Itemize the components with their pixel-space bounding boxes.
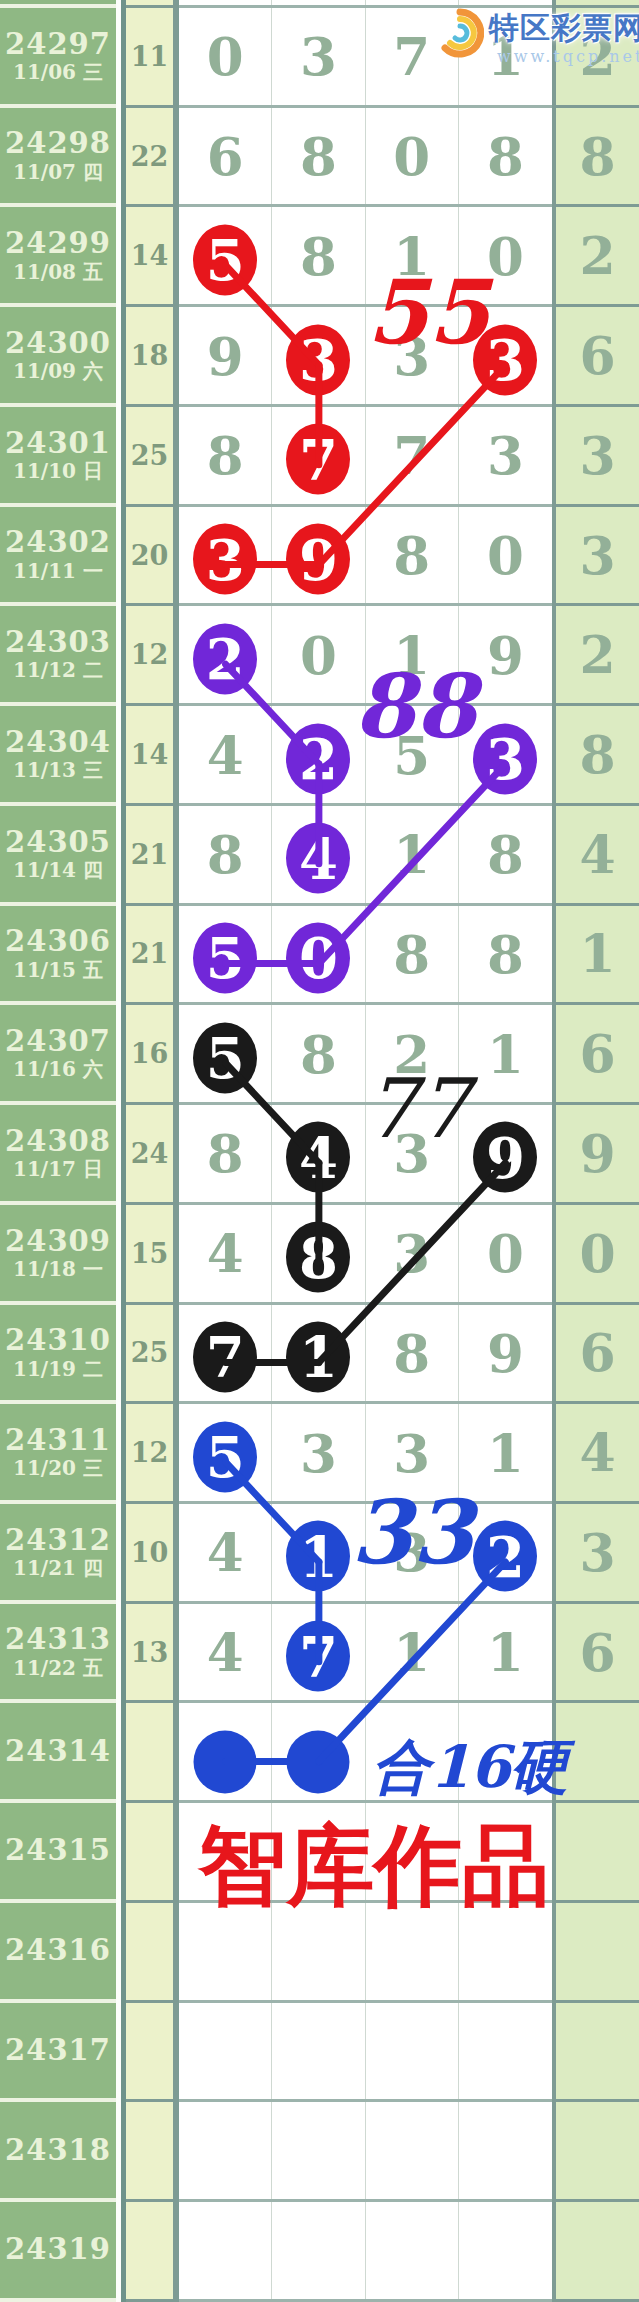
digit-cell: 9	[459, 1305, 552, 1402]
digit-cell: 9	[179, 307, 272, 404]
digit-cell	[179, 2202, 272, 2299]
fifth-digit-cell	[556, 1903, 639, 2003]
digit-cell: 2	[366, 1005, 459, 1102]
draw-date: 11/11 一	[13, 560, 103, 583]
sum-cell: 13	[126, 1604, 173, 1704]
chart-row: 2430911/18 一1548300	[0, 1205, 639, 1305]
fifth-digit-cell	[556, 1803, 639, 1903]
purple-circled-digit: 2	[286, 723, 350, 794]
fifth-digit-cell: 1	[556, 906, 639, 1006]
digit-cell: 3	[272, 1404, 365, 1501]
issue-cell	[0, 0, 116, 8]
digit-cell: 4	[179, 1205, 272, 1302]
draw-date: 11/13 三	[13, 759, 103, 782]
digit-cell	[366, 2202, 459, 2299]
issue-cell: 2431211/21 四	[0, 1504, 116, 1604]
fifth-digit-cell: 6	[556, 1305, 639, 1405]
issue-number: 24302	[5, 526, 111, 559]
digit-cell: 1	[272, 1305, 365, 1402]
digit-cell: 7	[272, 1604, 365, 1701]
digit-grid: 5331	[179, 1404, 552, 1504]
sum-cell: 14	[126, 706, 173, 806]
fifth-digit-cell	[556, 2003, 639, 2103]
digit-cell	[272, 1703, 365, 1800]
draw-date: 11/16 六	[13, 1058, 103, 1081]
issue-cell: 24315	[0, 1803, 116, 1903]
digit-cell: 0	[272, 606, 365, 703]
issue-number: 24300	[5, 327, 111, 360]
chart-row: 2430211/11 一2039803	[0, 507, 639, 607]
digit-cell: 3	[459, 407, 552, 504]
issue-number: 24299	[5, 227, 111, 260]
issue-number: 24316	[5, 1934, 111, 1967]
sum-cell: 12	[126, 606, 173, 706]
sum-cell: 25	[126, 1305, 173, 1405]
digit-cell: 5	[179, 1005, 272, 1102]
blue-circled-digit: 1	[286, 1521, 350, 1592]
issue-cell: 2430411/13 三	[0, 706, 116, 806]
digit-cell	[459, 1803, 552, 1900]
issue-cell: 2430311/12 二	[0, 606, 116, 706]
sum-cell: 12	[126, 1404, 173, 1504]
blue-circled-digit: 2	[473, 1521, 537, 1592]
digit-cell: 8	[272, 108, 365, 205]
digit-cell: 2	[272, 706, 365, 803]
digit-cell: 0	[179, 8, 272, 105]
draw-date: 11/17 日	[13, 1158, 103, 1181]
fifth-digit-cell: 3	[556, 407, 639, 507]
digit-grid	[179, 1703, 552, 1803]
digit-cell: 7	[272, 407, 365, 504]
digit-grid: 8439	[179, 1105, 552, 1205]
black-circled-digit: 1	[286, 1321, 350, 1392]
digit-cell	[459, 1903, 552, 2000]
chart-row: 2429911/08 五1458102	[0, 207, 639, 307]
digit-grid: 3980	[179, 507, 552, 607]
issue-number: 24298	[5, 127, 111, 160]
issue-number: 24305	[5, 826, 111, 859]
chart-row: 2430511/14 四2184184	[0, 806, 639, 906]
digit-grid	[179, 2202, 552, 2302]
digit-cell: 3	[366, 1404, 459, 1501]
digit-grid: 4711	[179, 1604, 552, 1704]
digit-cell	[272, 1903, 365, 2000]
digit-grid: 5821	[179, 1005, 552, 1105]
issue-cell: 2430011/09 六	[0, 307, 116, 407]
digit-cell: 4	[272, 806, 365, 903]
purple-circled-digit: 5	[193, 922, 257, 993]
fifth-digit-cell: 8	[556, 706, 639, 806]
draw-date: 11/14 四	[13, 859, 103, 882]
draw-date: 11/21 四	[13, 1557, 103, 1580]
sum-cell: 22	[126, 108, 173, 208]
digit-cell: 0	[459, 1205, 552, 1302]
digit-cell: 3	[179, 507, 272, 604]
digit-cell: 3	[366, 1105, 459, 1202]
digit-cell: 8	[272, 207, 365, 304]
fifth-digit-cell: 3	[556, 1504, 639, 1604]
digit-grid: 5810	[179, 207, 552, 307]
chart-row: 24316	[0, 1903, 639, 2003]
issue-number: 24311	[5, 1424, 111, 1457]
chart-row: 24317	[0, 2003, 639, 2103]
chart-row: 2430711/16 六1658216	[0, 1005, 639, 1105]
issue-number: 24301	[5, 427, 111, 460]
draw-date: 11/08 五	[13, 261, 103, 284]
digit-cell	[272, 2102, 365, 2199]
digit-cell	[179, 0, 272, 5]
chart-row: 2430111/10 日2587733	[0, 407, 639, 507]
fifth-digit-cell: 8	[556, 108, 639, 208]
blue-circled-digit: 7	[286, 1621, 350, 1692]
digit-cell	[272, 2003, 365, 2100]
digit-cell: 0	[459, 507, 552, 604]
purple-circled-digit: 3	[473, 723, 537, 794]
digit-cell: 5	[179, 207, 272, 304]
red-circled-digit: 7	[286, 424, 350, 495]
chart-row: 24319	[0, 2202, 639, 2302]
issue-number: 24313	[5, 1623, 111, 1656]
red-circled-digit: 3	[286, 324, 350, 395]
issue-cell: 2430711/16 六	[0, 1005, 116, 1105]
chart-row: 24318	[0, 2102, 639, 2202]
issue-cell: 2430911/18 一	[0, 1205, 116, 1305]
fifth-digit-cell: 6	[556, 1005, 639, 1105]
top-sliver-row	[0, 0, 639, 8]
issue-cell: 24319	[0, 2202, 116, 2302]
issue-cell: 2430511/14 四	[0, 806, 116, 906]
digit-cell: 5	[179, 906, 272, 1003]
issue-cell: 2431111/20 三	[0, 1404, 116, 1504]
digit-cell: 0	[272, 906, 365, 1003]
digit-cell: 1	[366, 806, 459, 903]
red-circled-digit: 3	[473, 324, 537, 395]
digit-cell: 4	[179, 706, 272, 803]
site-name: 特区彩票网	[489, 8, 639, 49]
chart-row: 2430811/17 日2484399	[0, 1105, 639, 1205]
purple-circled-digit: 2	[193, 623, 257, 694]
draw-date: 11/07 四	[13, 161, 103, 184]
digit-cell	[179, 1903, 272, 2000]
blue-circled-digit: 5	[193, 1421, 257, 1492]
sum-cell: 20	[126, 507, 173, 607]
digit-grid: 4253	[179, 706, 552, 806]
digit-cell: 1	[366, 207, 459, 304]
chart-row: 2430411/13 三1442538	[0, 706, 639, 806]
issue-number: 24303	[5, 626, 111, 659]
sum-cell: 18	[126, 307, 173, 407]
digit-cell: 4	[179, 1604, 272, 1701]
digit-cell: 8	[272, 1005, 365, 1102]
chart-row: 24315	[0, 1803, 639, 1903]
issue-number: 24310	[5, 1324, 111, 1357]
red-circled-digit: 5	[193, 224, 257, 295]
fifth-digit-cell: 6	[556, 1604, 639, 1704]
digit-cell	[366, 1903, 459, 2000]
sum-cell	[126, 1803, 173, 1903]
digit-cell	[179, 1703, 272, 1800]
issue-cell: 2429911/08 五	[0, 207, 116, 307]
black-circled-digit: 8	[286, 1222, 350, 1293]
chart-rows: 2429711/06 三11037122429811/07 四226808824…	[0, 0, 639, 2302]
fifth-digit-cell: 2	[556, 606, 639, 706]
draw-date: 11/19 二	[13, 1358, 103, 1381]
digit-cell: 7	[366, 407, 459, 504]
digit-cell: 5	[179, 1404, 272, 1501]
fifth-digit-cell: 9	[556, 1105, 639, 1205]
digit-cell	[366, 2102, 459, 2199]
fifth-digit-cell	[556, 2102, 639, 2202]
digit-cell: 5	[366, 706, 459, 803]
draw-date: 11/18 一	[13, 1258, 103, 1281]
fifth-digit-cell: 3	[556, 507, 639, 607]
issue-number: 24317	[5, 2034, 111, 2067]
black-circled-digit: 4	[286, 1122, 350, 1193]
chart-row: 2431111/20 三1253314	[0, 1404, 639, 1504]
digit-cell: 9	[459, 1105, 552, 1202]
fifth-digit-cell: 4	[556, 1404, 639, 1504]
sum-cell	[126, 1703, 173, 1803]
chart-row: 2429811/07 四2268088	[0, 108, 639, 208]
issue-cell: 2431011/19 二	[0, 1305, 116, 1405]
sum-cell	[126, 0, 173, 8]
digit-cell: 0	[459, 207, 552, 304]
digit-cell	[459, 1703, 552, 1800]
draw-date: 11/22 五	[13, 1657, 103, 1680]
digit-grid	[179, 2003, 552, 2103]
digit-cell: 3	[366, 1504, 459, 1601]
digit-cell: 8	[179, 806, 272, 903]
draw-date: 11/09 六	[13, 360, 103, 383]
black-circled-digit: 7	[193, 1321, 257, 1392]
draw-date: 11/20 三	[13, 1457, 103, 1480]
draw-date: 11/12 二	[13, 659, 103, 682]
issue-number: 24309	[5, 1225, 111, 1258]
digit-grid: 5088	[179, 906, 552, 1006]
digit-cell	[366, 0, 459, 5]
site-logo: 特区彩票网 www.tqcp.net	[436, 8, 639, 66]
digit-cell	[459, 0, 552, 5]
digit-grid: 7189	[179, 1305, 552, 1405]
purple-circled-digit: 4	[286, 823, 350, 894]
fifth-digit-cell: 6	[556, 307, 639, 407]
fifth-digit-cell: 4	[556, 806, 639, 906]
digit-grid	[179, 1903, 552, 2003]
blue-disc	[194, 1730, 257, 1793]
issue-number: 24312	[5, 1524, 111, 1557]
sum-cell: 21	[126, 806, 173, 906]
digit-cell: 3	[366, 307, 459, 404]
draw-date: 11/10 日	[13, 460, 103, 483]
lottery-trend-chart: 2429711/06 三11037122429811/07 四226808824…	[0, 0, 639, 2302]
digit-cell: 1	[366, 1604, 459, 1701]
draw-date: 11/06 三	[13, 61, 103, 84]
black-circled-digit: 5	[193, 1022, 257, 1093]
digit-cell	[366, 1803, 459, 1900]
digit-grid: 4830	[179, 1205, 552, 1305]
sum-cell: 11	[126, 8, 173, 108]
issue-cell: 2429711/06 三	[0, 8, 116, 108]
digit-grid	[179, 1803, 552, 1903]
digit-cell: 8	[459, 806, 552, 903]
digit-cell: 6	[179, 108, 272, 205]
digit-cell: 8	[272, 1205, 365, 1302]
fifth-digit-cell: 2	[556, 207, 639, 307]
issue-cell: 2430211/11 一	[0, 507, 116, 607]
issue-cell: 24314	[0, 1703, 116, 1803]
sum-cell: 21	[126, 906, 173, 1006]
site-url: www.tqcp.net	[489, 47, 639, 66]
digit-cell: 8	[366, 507, 459, 604]
sum-cell	[126, 2202, 173, 2302]
sum-cell: 15	[126, 1205, 173, 1305]
digit-cell: 1	[366, 606, 459, 703]
sum-cell: 10	[126, 1504, 173, 1604]
chart-row: 2430611/15 五2150881	[0, 906, 639, 1006]
issue-number: 24307	[5, 1025, 111, 1058]
digit-cell	[179, 1803, 272, 1900]
digit-grid: 2019	[179, 606, 552, 706]
digit-grid: 8773	[179, 407, 552, 507]
chart-row: 2430311/12 二1220192	[0, 606, 639, 706]
digit-cell: 8	[179, 407, 272, 504]
fifth-digit-cell	[556, 1703, 639, 1803]
digit-cell: 7	[179, 1305, 272, 1402]
digit-grid: 4132	[179, 1504, 552, 1604]
chart-row: 24314	[0, 1703, 639, 1803]
fifth-digit-cell: 0	[556, 1205, 639, 1305]
sum-cell	[126, 2003, 173, 2103]
digit-cell	[179, 2003, 272, 2100]
digit-cell: 8	[366, 906, 459, 1003]
digit-cell: 4	[272, 1105, 365, 1202]
sum-cell	[126, 2102, 173, 2202]
digit-cell: 2	[459, 1504, 552, 1601]
draw-date: 11/15 五	[13, 959, 103, 982]
chart-row: 2431311/22 五1347116	[0, 1604, 639, 1704]
issue-number: 24306	[5, 925, 111, 958]
issue-cell: 24316	[0, 1903, 116, 2003]
fifth-digit-cell	[556, 2202, 639, 2302]
issue-number: 24297	[5, 28, 111, 61]
digit-cell	[366, 2003, 459, 2100]
digit-grid: 6808	[179, 108, 552, 208]
digit-cell	[272, 0, 365, 5]
digit-cell: 1	[459, 1404, 552, 1501]
digit-cell: 1	[272, 1504, 365, 1601]
digit-cell	[459, 2003, 552, 2100]
issue-cell: 2430611/15 五	[0, 906, 116, 1006]
sum-cell: 25	[126, 407, 173, 507]
chart-row: 2431011/19 二2571896	[0, 1305, 639, 1405]
issue-cell: 24317	[0, 2003, 116, 2103]
digit-cell	[459, 2202, 552, 2299]
chart-row: 2430011/09 六1893336	[0, 307, 639, 407]
digit-grid: 9333	[179, 307, 552, 407]
issue-cell: 2429811/07 四	[0, 108, 116, 208]
digit-cell: 8	[179, 1105, 272, 1202]
fifth-digit-cell	[556, 0, 639, 8]
sum-cell	[126, 1903, 173, 2003]
digit-grid	[179, 2102, 552, 2202]
digit-cell: 3	[272, 8, 365, 105]
swirl-logo-icon	[436, 8, 484, 58]
blue-disc	[287, 1730, 350, 1793]
sum-cell: 16	[126, 1005, 173, 1105]
digit-cell	[459, 2102, 552, 2199]
issue-cell: 2431311/22 五	[0, 1604, 116, 1704]
issue-number: 24315	[5, 1834, 111, 1867]
digit-cell: 9	[459, 606, 552, 703]
digit-cell: 9	[272, 507, 365, 604]
digit-cell: 3	[459, 706, 552, 803]
digit-cell: 0	[366, 108, 459, 205]
issue-number: 24319	[5, 2233, 111, 2266]
issue-cell: 24318	[0, 2102, 116, 2202]
digit-cell: 8	[366, 1305, 459, 1402]
digit-cell: 3	[272, 307, 365, 404]
issue-number: 24304	[5, 726, 111, 759]
issue-number: 24314	[5, 1735, 111, 1768]
digit-cell: 3	[366, 1205, 459, 1302]
issue-cell: 2430111/10 日	[0, 407, 116, 507]
digit-cell: 8	[459, 906, 552, 1003]
digit-cell: 8	[459, 108, 552, 205]
digit-cell: 4	[179, 1504, 272, 1601]
digit-cell: 1	[459, 1005, 552, 1102]
digit-cell: 2	[179, 606, 272, 703]
digit-cell	[272, 2202, 365, 2299]
digit-grid: 8418	[179, 806, 552, 906]
chart-row: 2431211/21 四1041323	[0, 1504, 639, 1604]
black-circled-digit: 9	[473, 1122, 537, 1193]
issue-number: 24308	[5, 1125, 111, 1158]
digit-cell	[179, 2102, 272, 2199]
digit-cell: 3	[459, 307, 552, 404]
red-circled-digit: 9	[286, 524, 350, 595]
digit-grid	[179, 0, 552, 8]
sum-cell: 24	[126, 1105, 173, 1205]
digit-cell: 1	[459, 1604, 552, 1701]
purple-circled-digit: 0	[286, 922, 350, 993]
issue-number: 24318	[5, 2134, 111, 2167]
digit-cell	[366, 1703, 459, 1800]
digit-cell	[272, 1803, 365, 1900]
issue-cell: 2430811/17 日	[0, 1105, 116, 1205]
sum-cell: 14	[126, 207, 173, 307]
red-circled-digit: 3	[193, 524, 257, 595]
